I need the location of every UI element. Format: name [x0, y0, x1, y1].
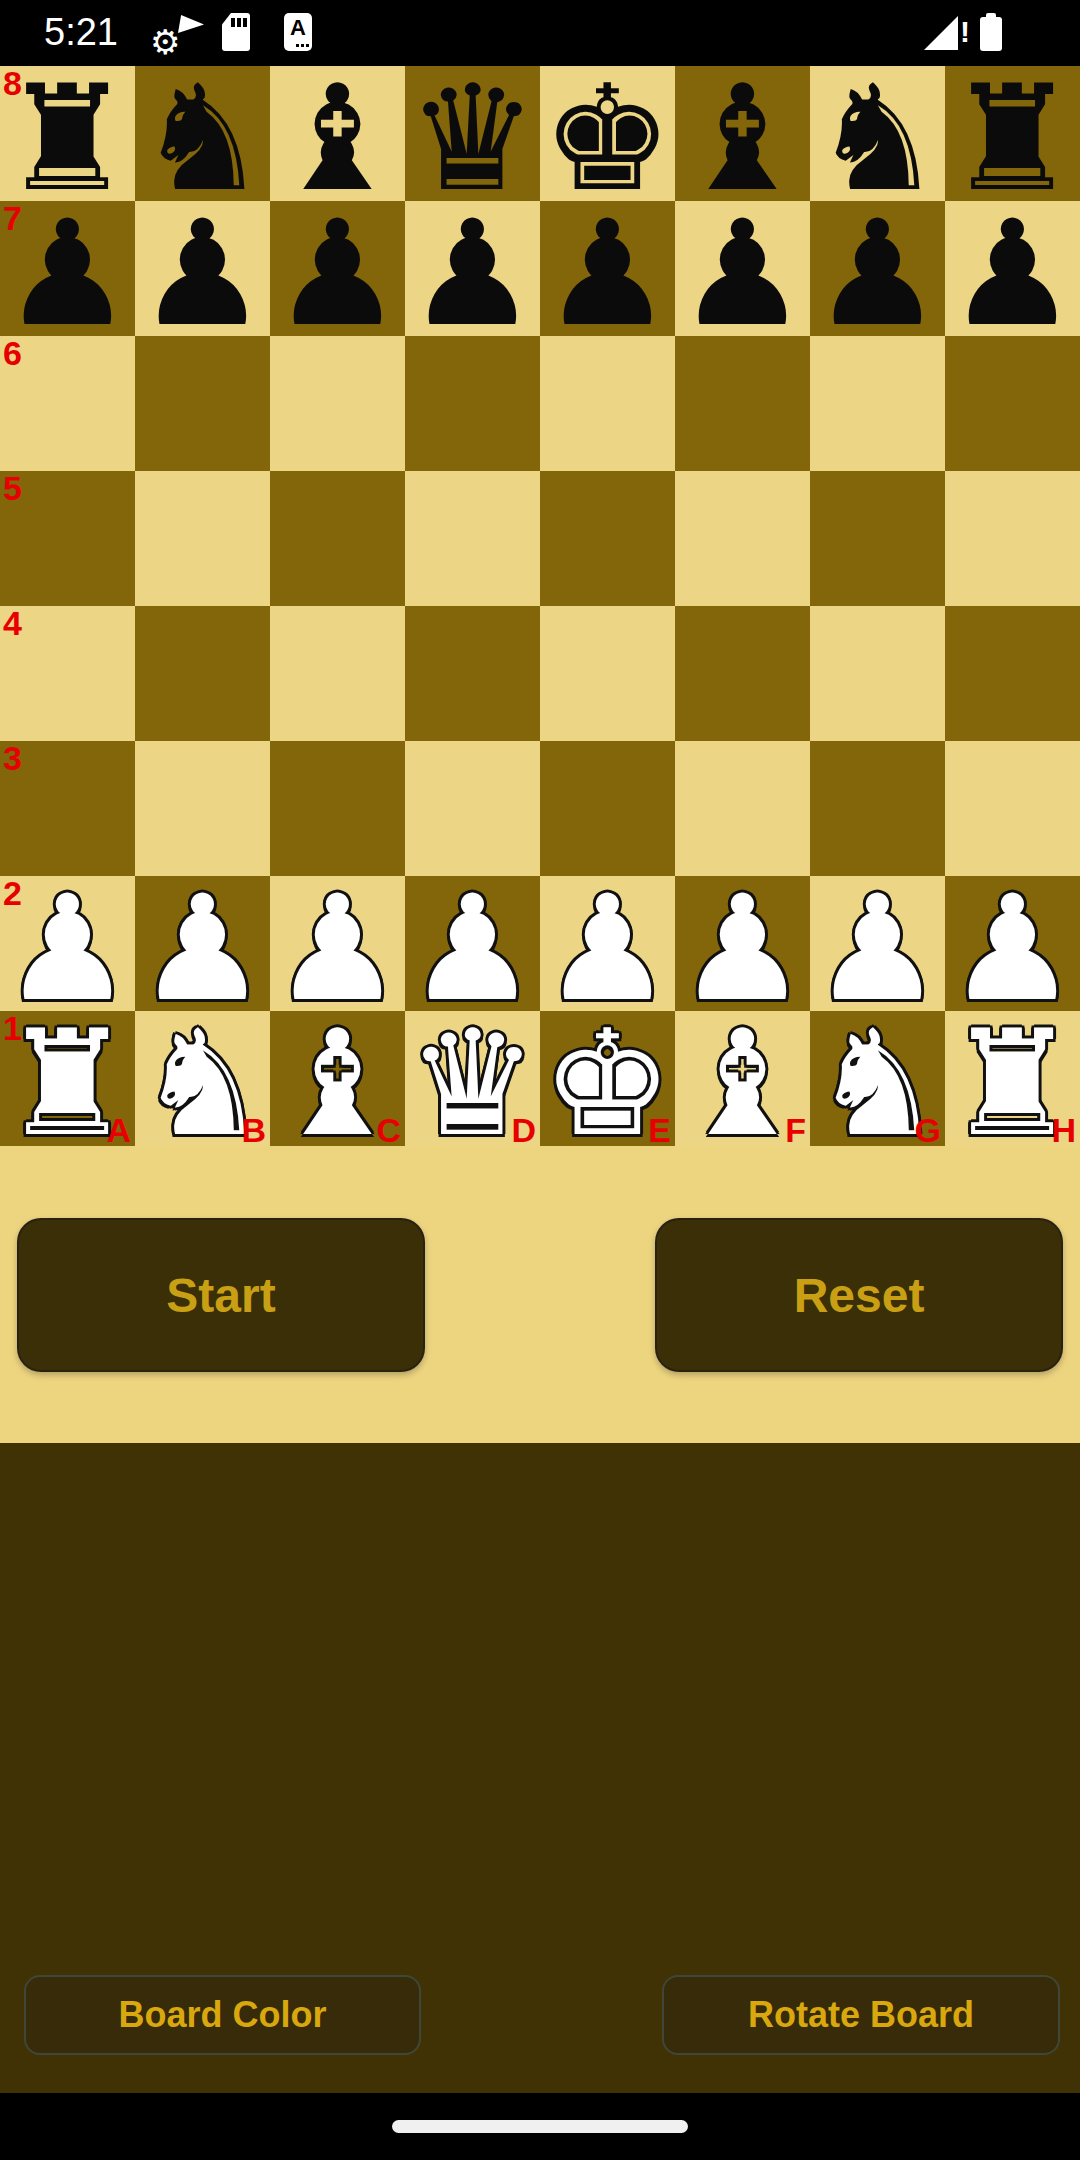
square-g1[interactable]: G♞: [810, 1011, 945, 1146]
square-a3[interactable]: 3: [0, 741, 135, 876]
battery-body: [980, 17, 1002, 51]
square-h5[interactable]: [945, 471, 1080, 606]
square-b8[interactable]: ♞: [135, 66, 270, 201]
square-g4[interactable]: [810, 606, 945, 741]
square-g7[interactable]: ♟: [810, 201, 945, 336]
square-d8[interactable]: ♛: [405, 66, 540, 201]
square-e2[interactable]: ♟: [540, 876, 675, 1011]
square-c3[interactable]: [270, 741, 405, 876]
battery-icon: [980, 13, 1002, 53]
square-a8[interactable]: 8♜: [0, 66, 135, 201]
move-list-panel: Board Color Rotate Board: [0, 1443, 1080, 2093]
square-e3[interactable]: [540, 741, 675, 876]
rank-label-1: 1: [3, 1011, 22, 1045]
square-d4[interactable]: [405, 606, 540, 741]
board-color-button[interactable]: Board Color: [24, 1975, 421, 2055]
square-b3[interactable]: [135, 741, 270, 876]
square-h1[interactable]: H♜: [945, 1011, 1080, 1146]
square-e8[interactable]: ♚: [540, 66, 675, 201]
file-label-e: E: [648, 1114, 671, 1146]
piece-black-pawn[interactable]: ♟: [675, 201, 810, 336]
settings-wifi-icon: ⚙: [150, 13, 210, 53]
square-a4[interactable]: 4: [0, 606, 135, 741]
rank-label-3: 3: [3, 741, 22, 775]
square-h4[interactable]: [945, 606, 1080, 741]
file-label-c: C: [376, 1114, 401, 1146]
file-label-d: D: [511, 1114, 536, 1146]
square-g2[interactable]: ♟: [810, 876, 945, 1011]
piece-white-pawn[interactable]: ♟: [540, 876, 675, 1011]
square-a1[interactable]: 1A♜: [0, 1011, 135, 1146]
square-d5[interactable]: [405, 471, 540, 606]
square-c4[interactable]: [270, 606, 405, 741]
square-h2[interactable]: ♟: [945, 876, 1080, 1011]
rank-label-2: 2: [3, 876, 22, 910]
square-f8[interactable]: ♝: [675, 66, 810, 201]
square-b5[interactable]: [135, 471, 270, 606]
piece-black-king[interactable]: ♚: [540, 66, 675, 201]
file-label-g: G: [915, 1114, 941, 1146]
signal-triangle-icon: [924, 16, 958, 50]
piece-white-pawn[interactable]: ♟: [270, 876, 405, 1011]
piece-black-pawn[interactable]: ♟: [540, 201, 675, 336]
keyboard-a-icon: A: [284, 13, 312, 51]
reset-button[interactable]: Reset: [655, 1218, 1063, 1372]
home-indicator[interactable]: [392, 2120, 688, 2133]
square-f3[interactable]: [675, 741, 810, 876]
rank-label-6: 6: [3, 336, 22, 370]
file-label-a: A: [106, 1114, 131, 1146]
square-g5[interactable]: [810, 471, 945, 606]
piece-black-pawn[interactable]: ♟: [945, 201, 1080, 336]
square-d7[interactable]: ♟: [405, 201, 540, 336]
chess-app-screen: 5:21 ⚙ A ! 8♜♞♝♛♚♝♞♜7♟♟♟♟♟♟♟♟65432♟♟♟♟♟♟…: [0, 0, 1080, 2160]
sd-card-icon: [222, 13, 250, 51]
square-e5[interactable]: [540, 471, 675, 606]
square-b4[interactable]: [135, 606, 270, 741]
piece-black-pawn[interactable]: ♟: [270, 201, 405, 336]
square-c5[interactable]: [270, 471, 405, 606]
square-f5[interactable]: [675, 471, 810, 606]
square-b1[interactable]: B♞: [135, 1011, 270, 1146]
square-f7[interactable]: ♟: [675, 201, 810, 336]
piece-black-pawn[interactable]: ♟: [405, 201, 540, 336]
file-label-h: H: [1051, 1114, 1076, 1146]
square-g8[interactable]: ♞: [810, 66, 945, 201]
square-f4[interactable]: [675, 606, 810, 741]
piece-white-pawn[interactable]: ♟: [675, 876, 810, 1011]
rank-label-4: 4: [3, 606, 22, 640]
square-a2[interactable]: 2♟: [0, 876, 135, 1011]
piece-black-rook[interactable]: ♜: [945, 66, 1080, 201]
square-d1[interactable]: D♛: [405, 1011, 540, 1146]
chess-board: 8♜♞♝♛♚♝♞♜7♟♟♟♟♟♟♟♟65432♟♟♟♟♟♟♟♟1A♜B♞C♝D♛…: [0, 66, 1080, 1146]
piece-black-bishop[interactable]: ♝: [270, 66, 405, 201]
piece-black-pawn[interactable]: ♟: [810, 201, 945, 336]
rank-label-7: 7: [3, 201, 22, 235]
square-b7[interactable]: ♟: [135, 201, 270, 336]
square-e1[interactable]: E♚: [540, 1011, 675, 1146]
piece-white-pawn[interactable]: ♟: [945, 876, 1080, 1011]
square-g3[interactable]: [810, 741, 945, 876]
piece-black-knight[interactable]: ♞: [810, 66, 945, 201]
square-e4[interactable]: [540, 606, 675, 741]
start-button[interactable]: Start: [17, 1218, 425, 1372]
square-b2[interactable]: ♟: [135, 876, 270, 1011]
controls-section: Start Reset: [0, 1146, 1080, 1443]
square-c8[interactable]: ♝: [270, 66, 405, 201]
square-d3[interactable]: [405, 741, 540, 876]
square-c7[interactable]: ♟: [270, 201, 405, 336]
status-time: 5:21: [44, 10, 118, 54]
sd-card-slots: [231, 18, 235, 27]
square-e7[interactable]: ♟: [540, 201, 675, 336]
rank-label-8: 8: [3, 66, 22, 100]
square-c2[interactable]: ♟: [270, 876, 405, 1011]
square-h8[interactable]: ♜: [945, 66, 1080, 201]
square-f1[interactable]: F♝: [675, 1011, 810, 1146]
piece-black-pawn[interactable]: ♟: [135, 201, 270, 336]
rank-label-5: 5: [3, 471, 22, 505]
file-label-b: B: [241, 1114, 266, 1146]
navigation-bar: [0, 2093, 1080, 2160]
piece-white-pawn[interactable]: ♟: [135, 876, 270, 1011]
piece-white-pawn[interactable]: ♟: [810, 876, 945, 1011]
square-c1[interactable]: C♝: [270, 1011, 405, 1146]
square-a7[interactable]: 7♟: [0, 201, 135, 336]
signal-alert-icon: !: [924, 13, 972, 51]
signal-exclamation: !: [960, 13, 970, 51]
piece-black-bishop[interactable]: ♝: [675, 66, 810, 201]
piece-black-queen[interactable]: ♛: [405, 66, 540, 201]
piece-black-knight[interactable]: ♞: [135, 66, 270, 201]
square-h7[interactable]: ♟: [945, 201, 1080, 336]
square-d2[interactable]: ♟: [405, 876, 540, 1011]
file-label-f: F: [785, 1114, 806, 1146]
square-a5[interactable]: 5: [0, 471, 135, 606]
square-f2[interactable]: ♟: [675, 876, 810, 1011]
rotate-board-button[interactable]: Rotate Board: [662, 1975, 1060, 2055]
keyboard-a-dots: [306, 44, 309, 47]
square-h3[interactable]: [945, 741, 1080, 876]
keyboard-a-letter: A: [284, 15, 312, 41]
wifi-icon: [178, 13, 204, 33]
piece-white-pawn[interactable]: ♟: [405, 876, 540, 1011]
